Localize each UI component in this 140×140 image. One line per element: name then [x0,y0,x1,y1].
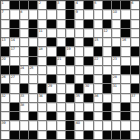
clue-number-39: 39 [2,121,6,125]
white-cell-r9c14[interactable] [121,75,129,83]
black-cell-r12c2 [10,103,18,111]
black-cell-r5c10 [84,38,92,46]
clue-number-31: 31 [113,84,117,88]
white-cell-r8c5[interactable] [38,66,46,74]
white-cell-r9c15[interactable] [131,75,139,83]
black-cell-r15c13 [112,131,120,139]
white-cell-r5c15[interactable] [131,38,139,46]
white-cell-r14c5[interactable] [38,121,46,129]
white-cell-r11c1[interactable]: 32 [1,94,9,102]
clue-number-36: 36 [94,94,98,98]
white-cell-r12c15[interactable] [131,103,139,111]
white-cell-r8c9[interactable] [75,66,83,74]
black-cell-r13c4 [29,112,37,120]
black-cell-r1c13 [112,1,120,9]
black-cell-r3c8 [66,20,74,28]
white-cell-r7c5[interactable] [38,57,46,65]
clue-number-11: 11 [39,29,43,33]
white-cell-r14c3[interactable] [20,121,28,129]
white-cell-r10c11[interactable] [94,84,102,92]
black-cell-r15c8 [66,131,74,139]
white-cell-r14c14[interactable] [121,121,129,129]
black-cell-r15c2 [10,131,18,139]
white-cell-r2c6[interactable] [47,10,55,18]
clue-number-26: 26 [2,75,6,79]
white-cell-r11c9[interactable]: 35 [75,94,83,102]
white-cell-r7c2[interactable] [10,57,18,65]
white-cell-r11c2[interactable] [10,94,18,102]
white-cell-r6c9[interactable] [75,47,83,55]
white-cell-r15c5[interactable] [38,131,46,139]
clue-number-30: 30 [85,84,89,88]
white-cell-r6c8[interactable]: 19 [66,47,74,55]
black-cell-r15c4 [29,131,37,139]
white-cell-r9c3[interactable] [20,75,28,83]
white-cell-r8c6[interactable] [47,66,55,74]
white-cell-r6c10[interactable] [84,47,92,55]
black-cell-r9c12 [103,75,111,83]
white-cell-r6c12[interactable] [103,47,111,55]
clue-number-9: 9 [76,10,78,14]
black-cell-r4c14 [121,29,129,37]
black-cell-r5c8 [66,38,74,46]
white-cell-r11c14[interactable] [121,94,129,102]
white-cell-r7c11[interactable]: 22 [94,57,102,65]
white-cell-r8c10[interactable] [84,66,92,74]
white-cell-r12c4[interactable] [29,103,37,111]
white-cell-r11c13[interactable] [112,94,120,102]
black-cell-r9c8 [66,75,74,83]
white-cell-r10c7[interactable] [57,84,65,92]
white-cell-r6c5[interactable]: 18 [38,47,46,55]
white-cell-r9c4[interactable] [29,75,37,83]
black-cell-r8c1 [1,66,9,74]
clue-number-28: 28 [113,75,117,79]
white-cell-r8c3[interactable]: 24 [20,66,28,74]
white-cell-r14c10[interactable] [84,121,92,129]
clue-number-22: 22 [94,57,98,61]
white-cell-r4c8[interactable] [66,29,74,37]
white-cell-r10c2[interactable] [10,84,18,92]
white-cell-r9c11[interactable] [94,75,102,83]
clue-number-13: 13 [2,38,6,42]
clue-number-34: 34 [39,94,43,98]
clue-number-10: 10 [113,10,117,14]
clue-number-7: 7 [2,10,4,14]
clue-number-12: 12 [104,29,108,33]
white-cell-r12c11[interactable] [94,103,102,111]
black-cell-r10c1 [1,84,9,92]
white-cell-r9c5[interactable] [38,75,46,83]
white-cell-r9c1[interactable]: 26 [1,75,9,83]
white-cell-r14c7[interactable] [57,121,65,129]
white-cell-r14c9[interactable]: 40 [75,121,83,129]
white-cell-r10c10[interactable]: 30 [84,84,92,92]
white-cell-r14c13[interactable] [112,121,120,129]
white-cell-r5c7[interactable] [57,38,65,46]
black-cell-r10c3 [20,84,28,92]
clue-number-27: 27 [11,75,15,79]
white-cell-r4c9[interactable] [75,29,83,37]
black-cell-r1c8 [66,1,74,9]
black-cell-r12c14 [121,103,129,111]
white-cell-r13c7[interactable] [57,112,65,120]
white-cell-r3c3[interactable] [20,20,28,28]
clue-number-17: 17 [11,47,15,51]
white-cell-r8c7[interactable] [57,66,65,74]
white-cell-r6c2[interactable]: 17 [10,47,18,55]
clue-number-2: 2 [39,1,41,5]
black-cell-r9c6 [47,75,55,83]
white-cell-r5c5[interactable] [38,38,46,46]
white-cell-r10c4[interactable] [29,84,37,92]
white-cell-r11c12[interactable] [103,94,111,102]
white-cell-r2c5[interactable] [38,10,46,18]
white-cell-r5c11[interactable]: 15 [94,38,102,46]
black-cell-r15c14 [121,131,129,139]
black-cell-r6c11 [94,47,102,55]
white-cell-r14c1[interactable]: 39 [1,121,9,129]
white-cell-r1c5[interactable]: 2 [38,1,46,9]
white-cell-r7c14[interactable] [121,57,129,65]
clue-number-4: 4 [76,1,78,5]
black-cell-r1c6 [47,1,55,9]
white-cell-r8c13[interactable] [112,66,120,74]
black-cell-r14c8 [66,121,74,129]
white-cell-r3c7[interactable] [57,20,65,28]
white-cell-r3c15[interactable] [131,20,139,28]
white-cell-r9c2[interactable]: 27 [10,75,18,83]
white-cell-r8c8[interactable] [66,66,74,74]
black-cell-r6c13 [112,47,120,55]
white-cell-r1c7[interactable]: 3 [57,1,65,9]
white-cell-r5c13[interactable] [112,38,120,46]
white-cell-r6c3[interactable] [20,47,28,55]
black-cell-r7c8 [66,57,74,65]
black-cell-r15c12 [103,131,111,139]
white-cell-r6c14[interactable] [121,47,129,55]
white-cell-r9c9[interactable] [75,75,83,83]
white-cell-r3c5[interactable] [38,20,46,28]
clue-number-18: 18 [39,47,43,51]
white-cell-r5c3[interactable] [20,38,28,46]
black-cell-r8c15 [131,66,139,74]
white-cell-r2c12[interactable] [103,10,111,18]
white-cell-r1c1[interactable]: 1 [1,1,9,9]
black-cell-r9c10 [84,75,92,83]
white-cell-r2c4[interactable] [29,10,37,18]
white-cell-r12c7[interactable] [57,103,65,111]
black-cell-r1c14 [121,1,129,9]
white-cell-r5c12[interactable] [103,38,111,46]
clue-number-3: 3 [57,1,59,5]
black-cell-r15c6 [47,131,55,139]
white-cell-r1c15[interactable]: 6 [131,1,139,9]
white-cell-r3c9[interactable] [75,20,83,28]
white-cell-r10c8[interactable] [66,84,74,92]
white-cell-r10c13[interactable]: 31 [112,84,120,92]
black-cell-r2c8 [66,10,74,18]
white-cell-r4c6[interactable] [47,29,55,37]
white-cell-r4c5[interactable]: 11 [38,29,46,37]
clue-number-37: 37 [131,94,135,98]
black-cell-r1c12 [103,1,111,9]
white-cell-r11c15[interactable]: 37 [131,94,139,102]
black-cell-r4c2 [10,29,18,37]
black-cell-r15c10 [84,131,92,139]
white-cell-r14c2[interactable] [10,121,18,129]
white-cell-r4c3[interactable] [20,29,28,37]
white-cell-r13c1[interactable] [1,112,9,120]
black-cell-r7c10 [84,57,92,65]
black-cell-r8c2 [10,66,18,74]
black-cell-r11c8 [66,94,74,102]
white-cell-r14c11[interactable] [94,121,102,129]
white-cell-r2c15[interactable] [131,10,139,18]
black-cell-r12c12 [103,103,111,111]
white-cell-r4c12[interactable]: 12 [103,29,111,37]
black-cell-r7c4 [29,57,37,65]
white-cell-r6c6[interactable] [47,47,55,55]
white-cell-r12c5[interactable] [38,103,46,111]
clue-number-32: 32 [2,94,6,98]
black-cell-r13c10 [84,112,92,120]
clue-number-21: 21 [57,57,61,61]
white-cell-r13c13[interactable] [112,112,120,120]
clue-number-8: 8 [20,10,22,14]
black-cell-r6c15 [131,47,139,55]
clue-number-40: 40 [76,121,80,125]
white-cell-r11c4[interactable] [29,94,37,102]
white-cell-r3c1[interactable] [1,20,9,28]
black-cell-r13c8 [66,112,74,120]
white-cell-r4c7[interactable] [57,29,65,37]
black-cell-r3c2 [10,20,18,28]
white-cell-r2c9[interactable]: 9 [75,10,83,18]
clue-number-29: 29 [48,84,52,88]
white-cell-r7c1[interactable]: 20 [1,57,9,65]
white-cell-r1c9[interactable]: 4 [75,1,83,9]
white-cell-r4c11[interactable] [94,29,102,37]
white-cell-r5c2[interactable]: 14 [10,38,18,46]
white-cell-r2c3[interactable]: 8 [20,10,28,18]
clue-number-38: 38 [20,103,24,107]
black-cell-r8c14 [121,66,129,74]
white-cell-r4c13[interactable] [112,29,120,37]
white-cell-r12c3[interactable]: 38 [20,103,28,111]
white-cell-r12c8[interactable] [66,103,74,111]
white-cell-r5c4[interactable] [29,38,37,46]
black-cell-r3c14 [121,20,129,28]
white-cell-r2c10[interactable] [84,10,92,18]
black-cell-r13c6 [47,112,55,120]
clue-number-5: 5 [94,1,96,5]
white-cell-r8c11[interactable] [94,66,102,74]
white-cell-r13c15[interactable] [131,112,139,120]
black-cell-r7c6 [47,57,55,65]
white-cell-r13c3[interactable] [20,112,28,120]
white-cell-r13c9[interactable] [75,112,83,120]
white-cell-r12c9[interactable] [75,103,83,111]
white-cell-r1c11[interactable]: 5 [94,1,102,9]
white-cell-r9c13[interactable]: 28 [112,75,120,83]
white-cell-r12c13[interactable] [112,103,120,111]
clue-number-35: 35 [76,94,80,98]
clue-number-1: 1 [2,1,4,5]
black-cell-r13c14 [121,112,129,120]
white-cell-r7c13[interactable]: 23 [112,57,120,65]
white-cell-r14c6[interactable] [47,121,55,129]
white-cell-r10c14[interactable] [121,84,129,92]
black-cell-r1c3 [20,1,28,9]
white-cell-r14c15[interactable] [131,121,139,129]
white-cell-r15c9[interactable] [75,131,83,139]
black-cell-r6c7 [57,47,65,55]
white-cell-r12c1[interactable] [1,103,9,111]
black-cell-r11c10 [84,94,92,102]
black-cell-r10c12 [103,84,111,92]
black-cell-r6c4 [29,47,37,55]
black-cell-r15c3 [20,131,28,139]
black-cell-r1c4 [29,1,37,9]
white-cell-r3c13[interactable] [112,20,120,28]
white-cell-r15c7[interactable] [57,131,65,139]
clue-number-16: 16 [122,38,126,42]
white-cell-r15c15[interactable] [131,131,139,139]
clue-number-6: 6 [131,1,133,5]
white-cell-r14c12[interactable] [103,121,111,129]
white-cell-r13c11[interactable] [94,112,102,120]
white-cell-r2c13[interactable]: 10 [112,10,120,18]
white-cell-r12c6[interactable] [47,103,55,111]
white-cell-r3c11[interactable] [94,20,102,28]
clue-number-15: 15 [94,38,98,42]
white-cell-r11c5[interactable]: 34 [38,94,46,102]
white-cell-r7c7[interactable]: 21 [57,57,65,65]
black-cell-r10c5 [38,84,46,92]
white-cell-r9c7[interactable] [57,75,65,83]
white-cell-r2c1[interactable]: 7 [1,10,9,18]
clue-number-23: 23 [113,57,117,61]
white-cell-r2c2[interactable] [10,10,18,18]
black-cell-r10c15 [131,84,139,92]
black-cell-r10c9 [75,84,83,92]
black-cell-r5c6 [47,38,55,46]
white-cell-r5c1[interactable]: 13 [1,38,9,46]
white-cell-r12c10[interactable] [84,103,92,111]
white-cell-r2c14[interactable] [121,10,129,18]
black-cell-r3c4 [29,20,37,28]
white-cell-r13c5[interactable] [38,112,46,120]
white-cell-r11c7[interactable] [57,94,65,102]
white-cell-r2c11[interactable] [94,10,102,18]
clue-number-24: 24 [20,66,24,70]
black-cell-r13c2 [10,112,18,120]
white-cell-r5c9[interactable] [75,38,83,46]
white-cell-r8c4[interactable]: 25 [29,66,37,74]
white-cell-r2c7[interactable] [57,10,65,18]
white-cell-r7c9[interactable] [75,57,83,65]
black-cell-r6c1 [1,47,9,55]
clue-number-33: 33 [20,94,24,98]
white-cell-r15c1[interactable] [1,131,9,139]
black-cell-r3c10 [84,20,92,28]
white-cell-r5c14[interactable]: 16 [121,38,129,46]
clue-number-25: 25 [29,66,33,70]
white-cell-r8c12[interactable] [103,66,111,74]
clue-number-14: 14 [11,38,15,42]
black-cell-r3c6 [47,20,55,28]
white-cell-r4c10[interactable] [84,29,92,37]
white-cell-r15c11[interactable] [94,131,102,139]
white-cell-r4c1[interactable] [1,29,9,37]
white-cell-r14c4[interactable] [29,121,37,129]
white-cell-r11c11[interactable]: 36 [94,94,102,102]
black-cell-r3c12 [103,20,111,28]
crossword-board: 1234567891011121314151617181920212223242… [0,0,140,140]
white-cell-r7c15[interactable] [131,57,139,65]
white-cell-r7c3[interactable] [20,57,28,65]
black-cell-r13c12 [103,112,111,120]
clue-number-20: 20 [2,57,6,61]
white-cell-r11c3[interactable]: 33 [20,94,28,102]
clue-number-19: 19 [66,47,70,51]
white-cell-r7c12[interactable] [103,57,111,65]
white-cell-r4c15[interactable] [131,29,139,37]
black-cell-r4c4 [29,29,37,37]
white-cell-r10c6[interactable]: 29 [47,84,55,92]
black-cell-r1c2 [10,1,18,9]
black-cell-r11c6 [47,94,55,102]
black-cell-r1c10 [84,1,92,9]
